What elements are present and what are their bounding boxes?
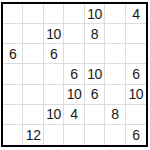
empty-cell-r2c6[interactable] — [105, 24, 125, 44]
empty-cell-r7c3[interactable] — [44, 125, 64, 145]
clue-cell-r5c5[interactable]: 6 — [85, 85, 105, 105]
empty-cell-r4c3[interactable] — [44, 64, 64, 84]
empty-cell-r6c1[interactable] — [3, 105, 23, 125]
empty-cell-r7c4[interactable] — [64, 125, 84, 145]
empty-cell-r6c2[interactable] — [23, 105, 43, 125]
clue-cell-r7c2[interactable]: 12 — [23, 125, 43, 145]
empty-cell-r5c1[interactable] — [3, 85, 23, 105]
empty-cell-r5c6[interactable] — [105, 85, 125, 105]
puzzle-board: 104108666106106101048126 — [1, 2, 148, 147]
empty-cell-r4c2[interactable] — [23, 64, 43, 84]
clue-cell-r4c4[interactable]: 6 — [64, 64, 84, 84]
empty-cell-r1c2[interactable] — [23, 4, 43, 24]
empty-cell-r3c2[interactable] — [23, 44, 43, 64]
empty-cell-r7c5[interactable] — [85, 125, 105, 145]
empty-cell-r6c7[interactable] — [126, 105, 146, 125]
empty-cell-r4c6[interactable] — [105, 64, 125, 84]
clue-cell-r3c1[interactable]: 6 — [3, 44, 23, 64]
clue-cell-r6c4[interactable]: 4 — [64, 105, 84, 125]
clue-cell-r6c6[interactable]: 8 — [105, 105, 125, 125]
empty-cell-r4c1[interactable] — [3, 64, 23, 84]
empty-cell-r1c4[interactable] — [64, 4, 84, 24]
empty-cell-r5c3[interactable] — [44, 85, 64, 105]
clue-cell-r4c7[interactable]: 6 — [126, 64, 146, 84]
clue-cell-r2c5[interactable]: 8 — [85, 24, 105, 44]
empty-cell-r2c7[interactable] — [126, 24, 146, 44]
empty-cell-r1c1[interactable] — [3, 4, 23, 24]
clue-cell-r1c5[interactable]: 10 — [85, 4, 105, 24]
empty-cell-r7c1[interactable] — [3, 125, 23, 145]
clue-cell-r5c7[interactable]: 10 — [126, 85, 146, 105]
clue-cell-r6c3[interactable]: 10 — [44, 105, 64, 125]
empty-cell-r6c5[interactable] — [85, 105, 105, 125]
empty-cell-r3c5[interactable] — [85, 44, 105, 64]
clue-cell-r3c3[interactable]: 6 — [44, 44, 64, 64]
empty-cell-r5c2[interactable] — [23, 85, 43, 105]
empty-cell-r3c7[interactable] — [126, 44, 146, 64]
empty-cell-r2c2[interactable] — [23, 24, 43, 44]
empty-cell-r3c6[interactable] — [105, 44, 125, 64]
clue-cell-r4c5[interactable]: 10 — [85, 64, 105, 84]
empty-cell-r2c4[interactable] — [64, 24, 84, 44]
clue-cell-r2c3[interactable]: 10 — [44, 24, 64, 44]
empty-cell-r7c6[interactable] — [105, 125, 125, 145]
empty-cell-r2c1[interactable] — [3, 24, 23, 44]
clue-cell-r5c4[interactable]: 10 — [64, 85, 84, 105]
clue-cell-r1c7[interactable]: 4 — [126, 4, 146, 24]
empty-cell-r3c4[interactable] — [64, 44, 84, 64]
empty-cell-r1c3[interactable] — [44, 4, 64, 24]
clue-cell-r7c7[interactable]: 6 — [126, 125, 146, 145]
empty-cell-r1c6[interactable] — [105, 4, 125, 24]
